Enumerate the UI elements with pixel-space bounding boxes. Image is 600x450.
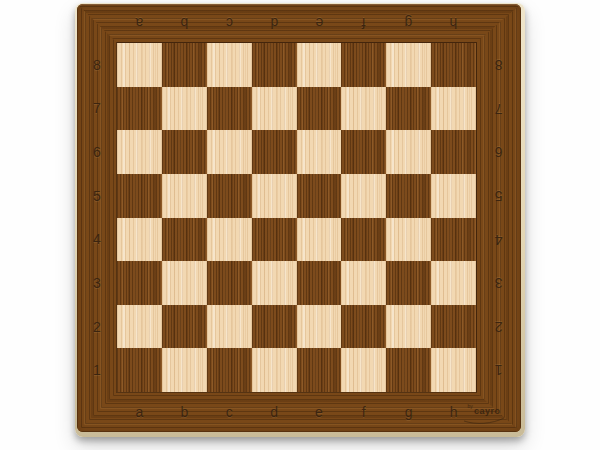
square-g1[interactable] — [386, 348, 431, 392]
square-a5[interactable] — [117, 174, 162, 218]
board-frame-right — [476, 4, 521, 432]
square-e2[interactable] — [297, 305, 342, 349]
square-a4[interactable] — [117, 218, 162, 262]
square-h2[interactable] — [431, 305, 476, 349]
board-frame-left — [77, 4, 117, 432]
square-h6[interactable] — [431, 130, 476, 174]
square-f7[interactable] — [341, 87, 386, 131]
square-b5[interactable] — [162, 174, 207, 218]
square-d5[interactable] — [252, 174, 297, 218]
square-d8[interactable] — [252, 43, 297, 87]
square-b8[interactable] — [162, 43, 207, 87]
square-d3[interactable] — [252, 261, 297, 305]
square-a6[interactable] — [117, 130, 162, 174]
square-d2[interactable] — [252, 305, 297, 349]
square-d1[interactable] — [252, 348, 297, 392]
square-b1[interactable] — [162, 348, 207, 392]
square-f8[interactable] — [341, 43, 386, 87]
square-f6[interactable] — [341, 130, 386, 174]
square-h8[interactable] — [431, 43, 476, 87]
square-c4[interactable] — [207, 218, 252, 262]
board-grid — [117, 43, 476, 392]
square-e8[interactable] — [297, 43, 342, 87]
square-e7[interactable] — [297, 87, 342, 131]
square-c2[interactable] — [207, 305, 252, 349]
square-f2[interactable] — [341, 305, 386, 349]
square-b7[interactable] — [162, 87, 207, 131]
page-background: abcdefgh abcdefgh 87654321 87654321 byca… — [0, 0, 600, 450]
square-f4[interactable] — [341, 218, 386, 262]
square-f3[interactable] — [341, 261, 386, 305]
square-g8[interactable] — [386, 43, 431, 87]
square-g4[interactable] — [386, 218, 431, 262]
square-b2[interactable] — [162, 305, 207, 349]
chess-board: abcdefgh abcdefgh 87654321 87654321 byca… — [75, 3, 525, 437]
square-c1[interactable] — [207, 348, 252, 392]
square-b6[interactable] — [162, 130, 207, 174]
square-d7[interactable] — [252, 87, 297, 131]
square-c8[interactable] — [207, 43, 252, 87]
square-a2[interactable] — [117, 305, 162, 349]
square-g7[interactable] — [386, 87, 431, 131]
square-g6[interactable] — [386, 130, 431, 174]
square-h7[interactable] — [431, 87, 476, 131]
square-g2[interactable] — [386, 305, 431, 349]
square-h3[interactable] — [431, 261, 476, 305]
board-frame-top — [77, 4, 521, 43]
square-h5[interactable] — [431, 174, 476, 218]
square-b4[interactable] — [162, 218, 207, 262]
square-a8[interactable] — [117, 43, 162, 87]
board-frame-bottom — [77, 392, 521, 432]
square-h1[interactable] — [431, 348, 476, 392]
square-e6[interactable] — [297, 130, 342, 174]
square-a3[interactable] — [117, 261, 162, 305]
square-e3[interactable] — [297, 261, 342, 305]
square-e5[interactable] — [297, 174, 342, 218]
square-g3[interactable] — [386, 261, 431, 305]
square-c3[interactable] — [207, 261, 252, 305]
square-e4[interactable] — [297, 218, 342, 262]
square-g5[interactable] — [386, 174, 431, 218]
square-f1[interactable] — [341, 348, 386, 392]
square-h4[interactable] — [431, 218, 476, 262]
board-wood-frame: abcdefgh abcdefgh 87654321 87654321 byca… — [77, 4, 521, 432]
square-c5[interactable] — [207, 174, 252, 218]
square-c7[interactable] — [207, 87, 252, 131]
square-f5[interactable] — [341, 174, 386, 218]
square-e1[interactable] — [297, 348, 342, 392]
square-a7[interactable] — [117, 87, 162, 131]
square-d4[interactable] — [252, 218, 297, 262]
square-c6[interactable] — [207, 130, 252, 174]
square-a1[interactable] — [117, 348, 162, 392]
square-b3[interactable] — [162, 261, 207, 305]
square-d6[interactable] — [252, 130, 297, 174]
